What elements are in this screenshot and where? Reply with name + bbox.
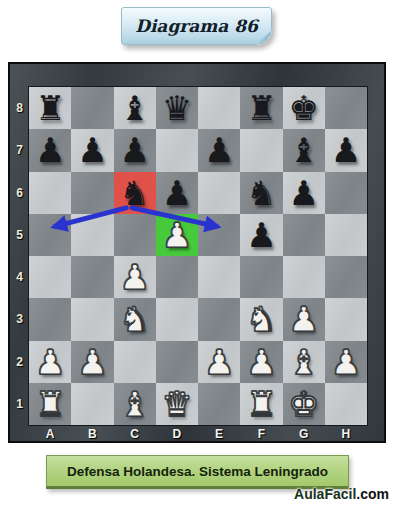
white-queen-d1: ♛ <box>162 387 192 421</box>
file-label-h: H <box>325 425 367 443</box>
square-b5 <box>71 214 113 256</box>
square-c3: ♞ <box>114 298 156 340</box>
square-h1 <box>325 383 367 425</box>
caption-text: Defensa Holandesa. Sistema Leningrado <box>67 464 328 479</box>
square-c1: ♝ <box>114 383 156 425</box>
black-pawn-a7: ♟ <box>35 133 65 167</box>
white-rook-a1: ♜ <box>35 387 65 421</box>
file-labels: ABCDEFGH <box>29 425 367 443</box>
square-b2: ♟ <box>71 341 113 383</box>
square-e8 <box>198 87 240 129</box>
black-pawn-h7: ♟ <box>331 133 361 167</box>
square-a5 <box>29 214 71 256</box>
square-h8 <box>325 87 367 129</box>
square-f3: ♞ <box>240 298 282 340</box>
square-d4 <box>156 256 198 298</box>
black-pawn-d6: ♟ <box>162 176 192 210</box>
square-h5 <box>325 214 367 256</box>
black-pawn-g6: ♟ <box>288 176 318 210</box>
square-b8 <box>71 87 113 129</box>
square-a7: ♟ <box>29 129 71 171</box>
square-h4 <box>325 256 367 298</box>
file-label-f: F <box>240 425 282 443</box>
black-pawn-e7: ♟ <box>204 133 234 167</box>
caption-banner: Defensa Holandesa. Sistema Leningrado <box>46 455 349 489</box>
square-b6 <box>71 172 113 214</box>
square-b4 <box>71 256 113 298</box>
square-g7: ♝ <box>283 129 325 171</box>
white-pawn-g3: ♟ <box>288 302 318 336</box>
square-e3 <box>198 298 240 340</box>
diagram-title-plaque: Diagrama 86 <box>121 7 272 45</box>
square-f1: ♜ <box>240 383 282 425</box>
square-a8: ♜ <box>29 87 71 129</box>
square-g3: ♟ <box>283 298 325 340</box>
square-c5 <box>114 214 156 256</box>
rank-label-4: 4 <box>10 256 29 298</box>
rank-label-6: 6 <box>10 172 29 214</box>
square-a6 <box>29 172 71 214</box>
square-e1 <box>198 383 240 425</box>
square-b3 <box>71 298 113 340</box>
square-a1: ♜ <box>29 383 71 425</box>
rank-label-1: 1 <box>10 383 29 425</box>
black-king-g8: ♚ <box>288 91 318 125</box>
square-f6: ♞ <box>240 172 282 214</box>
black-knight-f6: ♞ <box>246 176 276 210</box>
black-pawn-f5: ♟ <box>246 218 276 252</box>
square-g1: ♚ <box>283 383 325 425</box>
chess-board: 87654321 ♜♝♛♜♚♟♟♟♟♝♟♞♟♞♟♟♟♟♞♞♟♟♟♟♟♝♟♜♝♛♜… <box>8 62 386 443</box>
page: Diagrama 86 87654321 ♜♝♛♜♚♟♟♟♟♝♟♞♟♞♟♟♟♟♞… <box>0 0 393 505</box>
white-pawn-f2: ♟ <box>246 345 276 379</box>
square-c7: ♟ <box>114 129 156 171</box>
rank-label-2: 2 <box>10 341 29 383</box>
white-pawn-b2: ♟ <box>77 345 107 379</box>
square-e4 <box>198 256 240 298</box>
square-h7: ♟ <box>325 129 367 171</box>
square-b1 <box>71 383 113 425</box>
square-d2 <box>156 341 198 383</box>
rank-label-5: 5 <box>10 214 29 256</box>
square-h6 <box>325 172 367 214</box>
square-d3 <box>156 298 198 340</box>
file-label-a: A <box>29 425 71 443</box>
square-f4 <box>240 256 282 298</box>
file-label-c: C <box>114 425 156 443</box>
white-rook-f1: ♜ <box>246 387 276 421</box>
black-bishop-c8: ♝ <box>119 91 149 125</box>
square-d7 <box>156 129 198 171</box>
white-king-g1: ♚ <box>288 387 318 421</box>
square-a2: ♟ <box>29 341 71 383</box>
file-label-b: B <box>71 425 113 443</box>
white-pawn-a2: ♟ <box>35 345 65 379</box>
board-squares: ♜♝♛♜♚♟♟♟♟♝♟♞♟♞♟♟♟♟♞♞♟♟♟♟♟♝♟♜♝♛♜♚ <box>29 87 367 425</box>
brand-suffix: .com <box>356 486 389 502</box>
rank-labels: 87654321 <box>10 87 29 425</box>
white-bishop-c1: ♝ <box>119 387 149 421</box>
black-rook-f8: ♜ <box>246 91 276 125</box>
rank-label-3: 3 <box>10 298 29 340</box>
black-bishop-g7: ♝ <box>288 133 318 167</box>
file-label-d: D <box>156 425 198 443</box>
white-pawn-e2: ♟ <box>204 345 234 379</box>
black-rook-a8: ♜ <box>35 91 65 125</box>
square-c2 <box>114 341 156 383</box>
rank-label-8: 8 <box>10 87 29 129</box>
square-d6: ♟ <box>156 172 198 214</box>
square-g4 <box>283 256 325 298</box>
white-pawn-c4: ♟ <box>119 260 149 294</box>
file-label-g: G <box>283 425 325 443</box>
square-e7: ♟ <box>198 129 240 171</box>
square-e2: ♟ <box>198 341 240 383</box>
square-g6: ♟ <box>283 172 325 214</box>
square-d1: ♛ <box>156 383 198 425</box>
square-h2: ♟ <box>325 341 367 383</box>
black-pawn-b7: ♟ <box>77 133 107 167</box>
square-f7 <box>240 129 282 171</box>
black-knight-c6: ♞ <box>119 176 149 210</box>
square-d8: ♛ <box>156 87 198 129</box>
square-a3 <box>29 298 71 340</box>
square-c4: ♟ <box>114 256 156 298</box>
white-pawn-d5: ♟ <box>162 218 192 252</box>
black-queen-d8: ♛ <box>162 91 192 125</box>
square-g2: ♝ <box>283 341 325 383</box>
square-f5: ♟ <box>240 214 282 256</box>
square-g5 <box>283 214 325 256</box>
white-knight-c3: ♞ <box>119 302 149 336</box>
square-e5 <box>198 214 240 256</box>
black-pawn-c7: ♟ <box>119 133 149 167</box>
white-knight-f3: ♞ <box>246 302 276 336</box>
diagram-title: Diagrama 86 <box>135 16 258 36</box>
white-pawn-h2: ♟ <box>331 345 361 379</box>
file-label-e: E <box>198 425 240 443</box>
square-a4 <box>29 256 71 298</box>
square-e6 <box>198 172 240 214</box>
brand-name: AulaFacil <box>294 486 356 502</box>
square-h3 <box>325 298 367 340</box>
square-f8: ♜ <box>240 87 282 129</box>
white-bishop-g2: ♝ <box>288 345 318 379</box>
site-branding: AulaFacil.com <box>294 486 389 502</box>
square-f2: ♟ <box>240 341 282 383</box>
square-b7: ♟ <box>71 129 113 171</box>
rank-label-7: 7 <box>10 129 29 171</box>
square-c8: ♝ <box>114 87 156 129</box>
square-c6: ♞ <box>114 172 156 214</box>
square-g8: ♚ <box>283 87 325 129</box>
square-d5: ♟ <box>156 214 198 256</box>
